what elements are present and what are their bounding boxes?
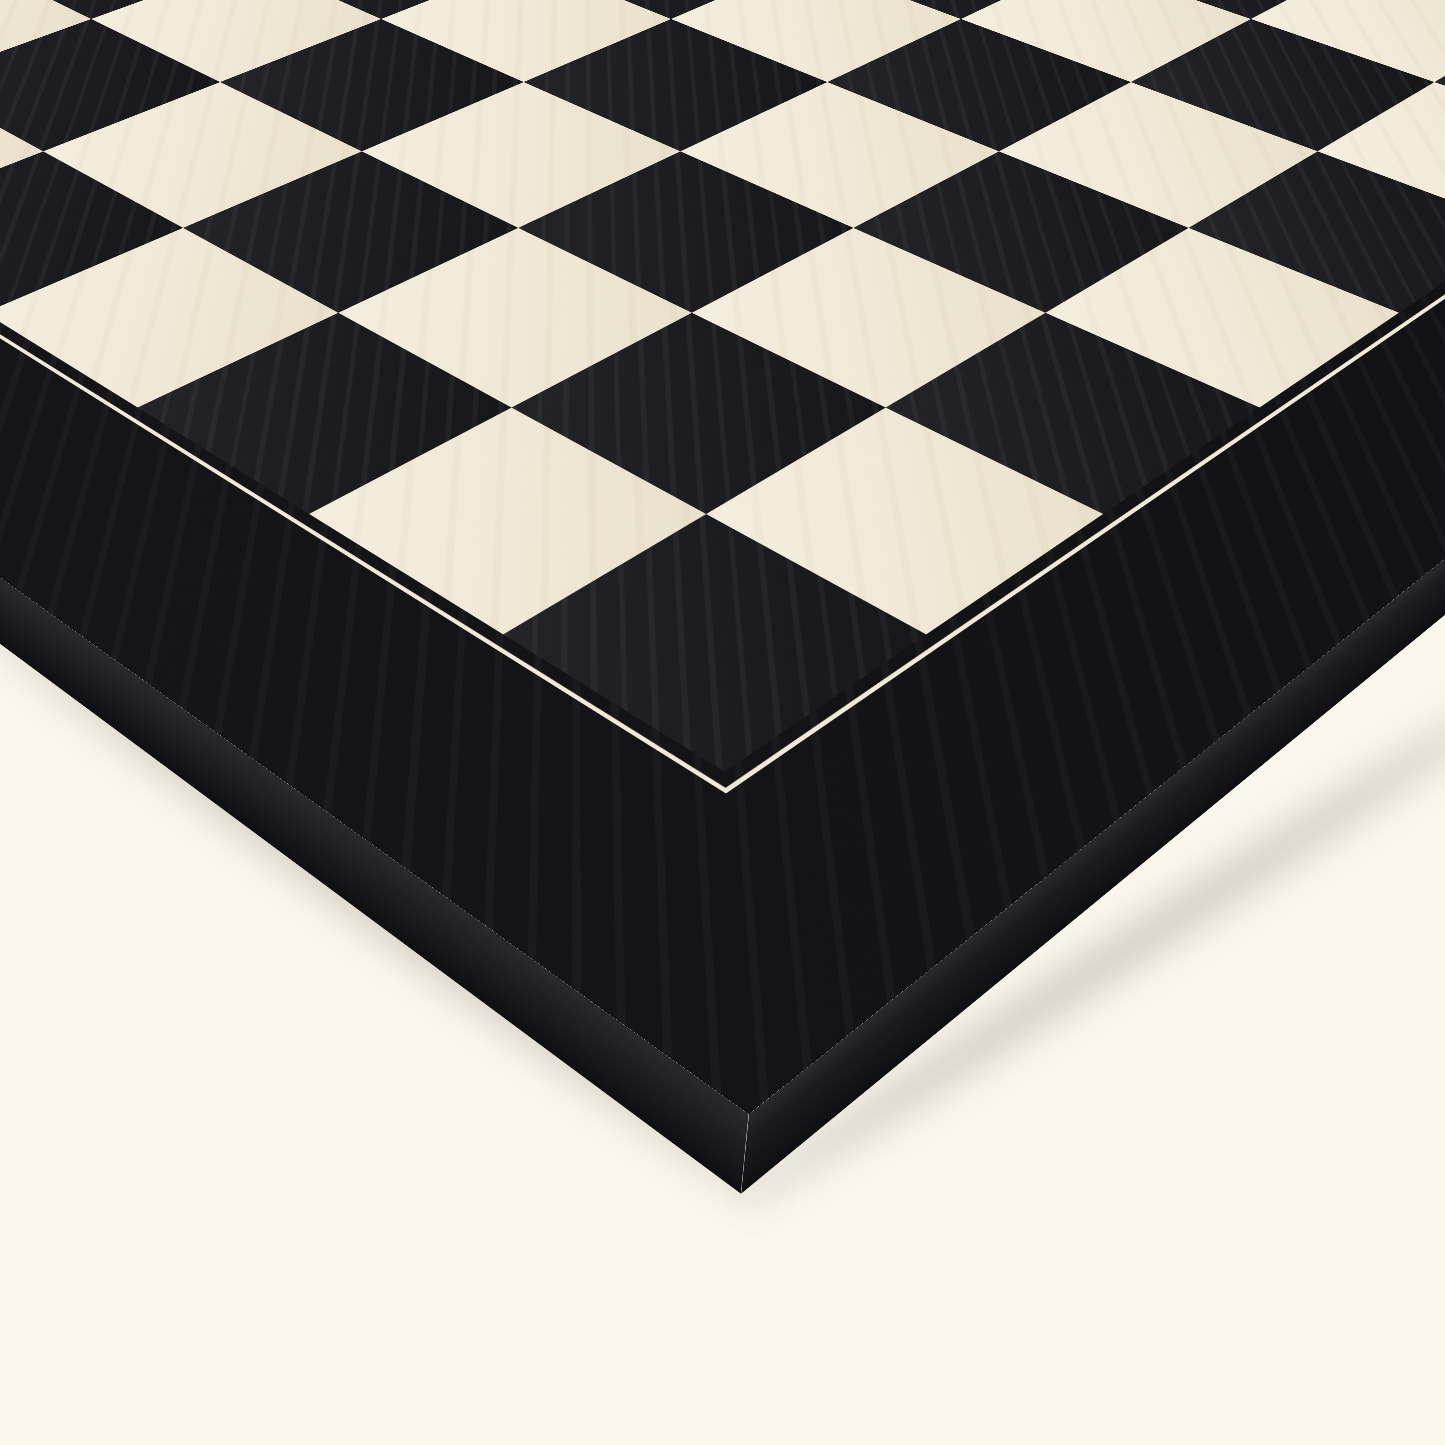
board-scene	[0, 0, 1445, 1445]
product-photo-backdrop	[0, 0, 1445, 1445]
chessboard	[0, 0, 1445, 1114]
playing-field	[0, 0, 1445, 772]
